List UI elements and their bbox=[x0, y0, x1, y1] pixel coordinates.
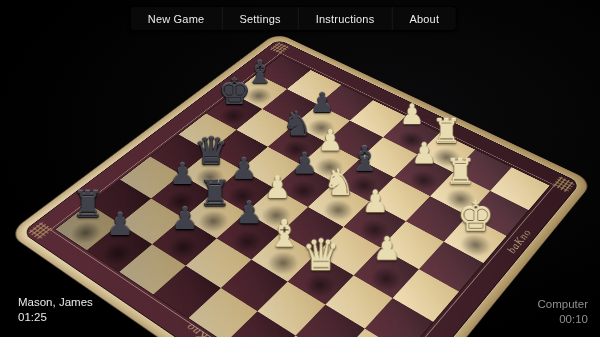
menu-bar: New Game Settings Instructions About bbox=[130, 6, 457, 31]
menu-item-about[interactable]: About bbox=[391, 7, 456, 30]
black-player-time: 00:10 bbox=[538, 312, 589, 327]
chess-board-3d: baKno baKno ♜♚♝♟♟♛♟♜♟♞♟♟♟♝♟♟♝♞♟♛♟♟♜♟♜♚ bbox=[9, 32, 593, 337]
black-player-name: Computer bbox=[538, 297, 589, 312]
white-player-clock: Mason, James 01:25 bbox=[18, 295, 93, 325]
menu-item-instructions[interactable]: Instructions bbox=[298, 7, 392, 30]
menu-item-settings[interactable]: Settings bbox=[221, 7, 297, 30]
menu-item-new-game[interactable]: New Game bbox=[131, 7, 222, 30]
piece-bP-a7[interactable]: ♟ bbox=[97, 200, 143, 247]
piece-wP-e3[interactable]: ♟ bbox=[352, 178, 397, 224]
corner-ornament-icon bbox=[552, 175, 576, 192]
piece-wP-d2[interactable]: ♟ bbox=[363, 224, 410, 272]
black-player-clock: Computer 00:10 bbox=[538, 297, 589, 327]
white-player-time: 01:25 bbox=[18, 310, 93, 325]
white-player-name: Mason, James bbox=[18, 295, 93, 310]
piece-bP-b6[interactable]: ♟ bbox=[162, 194, 207, 240]
game-screen: baKno baKno ♜♚♝♟♟♛♟♜♟♞♟♟♟♝♟♟♝♞♟♛♟♟♜♟♜♚ N… bbox=[0, 0, 600, 337]
piece-wQ-c3[interactable]: ♛ bbox=[297, 230, 344, 278]
piece-wK-f1[interactable]: ♚ bbox=[453, 192, 498, 238]
